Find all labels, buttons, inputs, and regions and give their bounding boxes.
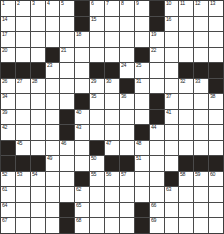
cell-r10c12[interactable] — [165, 141, 179, 156]
cell-r3c7[interactable] — [90, 32, 104, 47]
cell-r9c7[interactable] — [90, 125, 104, 140]
cell-r3c3[interactable] — [31, 32, 45, 47]
cell-r6c13[interactable]: 32 — [179, 79, 193, 94]
clue-number-49: 49 — [47, 156, 52, 161]
cell-r6c5[interactable] — [60, 79, 74, 94]
black-cell-r14c5 — [60, 203, 74, 218]
cell-r2c14[interactable] — [194, 17, 208, 32]
black-cell-r5c14 — [194, 63, 208, 78]
clue-number-47: 47 — [106, 141, 111, 146]
cell-r13c8[interactable] — [105, 187, 119, 202]
black-cell-r8c11 — [150, 110, 164, 125]
clue-number-55: 55 — [91, 172, 96, 177]
clue-number-58: 58 — [180, 172, 185, 177]
cell-r4c12[interactable] — [165, 48, 179, 63]
cell-r2c13[interactable] — [179, 17, 193, 32]
clue-number-50: 50 — [91, 156, 96, 161]
cell-r3c10[interactable] — [135, 32, 149, 47]
clue-number-62: 62 — [76, 187, 81, 192]
clue-number-46: 46 — [61, 141, 66, 146]
clue-number-18: 18 — [76, 32, 81, 37]
cell-r13c7[interactable] — [90, 187, 104, 202]
black-cell-r11c15 — [209, 156, 223, 171]
cell-r10c14[interactable] — [194, 141, 208, 156]
cell-r5c9[interactable]: 24 — [120, 63, 134, 78]
cell-r4c9[interactable] — [120, 48, 134, 63]
cell-r8c7[interactable] — [90, 110, 104, 125]
cell-r8c3[interactable] — [31, 110, 45, 125]
cell-r9c1[interactable]: 42 — [1, 125, 15, 140]
black-cell-r11c1 — [1, 156, 15, 171]
cell-r8c8[interactable] — [105, 110, 119, 125]
cell-r12c1[interactable]: 52 — [1, 172, 15, 187]
cell-r13c13[interactable] — [179, 187, 193, 202]
cell-r13c2[interactable] — [16, 187, 30, 202]
cell-r1c7[interactable]: 6 — [90, 1, 104, 16]
cell-r7c7[interactable]: 35 — [90, 94, 104, 109]
cell-r7c2[interactable] — [16, 94, 30, 109]
cell-r8c4[interactable] — [46, 110, 60, 125]
cell-r2c8[interactable] — [105, 17, 119, 32]
cell-r11c10[interactable]: 51 — [135, 156, 149, 171]
cell-r14c2[interactable] — [16, 203, 30, 218]
clue-number-3: 3 — [32, 1, 35, 6]
black-cell-r2c6 — [75, 17, 89, 32]
cell-r1c5[interactable]: 5 — [60, 1, 74, 16]
black-cell-r10c7 — [90, 141, 104, 156]
cell-r6c2[interactable]: 27 — [16, 79, 30, 94]
cell-r4c15[interactable] — [209, 48, 223, 63]
cell-r10c2[interactable]: 45 — [16, 141, 30, 156]
cell-r1c13[interactable]: 11 — [179, 1, 193, 16]
cell-r7c12[interactable]: 37 — [165, 94, 179, 109]
cell-r15c7[interactable] — [90, 218, 104, 233]
clue-number-31: 31 — [136, 79, 141, 84]
cell-r4c8[interactable] — [105, 48, 119, 63]
cell-r14c13[interactable] — [179, 203, 193, 218]
clue-number-52: 52 — [2, 172, 7, 177]
cell-r13c12[interactable]: 63 — [165, 187, 179, 202]
cell-r15c1[interactable]: 67 — [1, 218, 15, 233]
black-cell-r10c1 — [1, 141, 15, 156]
cell-r1c9[interactable]: 8 — [120, 1, 134, 16]
black-cell-r7c6 — [75, 94, 89, 109]
black-cell-r5c15 — [209, 63, 223, 78]
cell-r7c10[interactable] — [135, 94, 149, 109]
cell-r2c1[interactable]: 14 — [1, 17, 15, 32]
clue-number-65: 65 — [76, 203, 81, 208]
cell-r5c4[interactable]: 23 — [46, 63, 60, 78]
black-cell-r9c5 — [60, 125, 74, 140]
cell-r9c14[interactable] — [194, 125, 208, 140]
cell-r4c2[interactable] — [16, 48, 30, 63]
cell-r1c3[interactable]: 3 — [31, 1, 45, 16]
clue-number-34: 34 — [2, 94, 7, 99]
clue-number-56: 56 — [106, 172, 111, 177]
clue-number-12: 12 — [195, 1, 200, 6]
clue-number-36: 36 — [121, 94, 126, 99]
cell-r3c14[interactable] — [194, 32, 208, 47]
cell-r8c9[interactable] — [120, 110, 134, 125]
cell-r1c2[interactable]: 2 — [16, 1, 30, 16]
cell-r4c14[interactable] — [194, 48, 208, 63]
black-cell-r1c11 — [150, 1, 164, 16]
cell-r10c4[interactable] — [46, 141, 60, 156]
black-cell-r6c15 — [209, 79, 223, 94]
clue-number-54: 54 — [32, 172, 37, 177]
cell-r5c11[interactable] — [150, 63, 164, 78]
clue-number-59: 59 — [195, 172, 200, 177]
cell-r15c2[interactable] — [16, 218, 30, 233]
clue-number-19: 19 — [151, 32, 156, 37]
cell-r3c13[interactable] — [179, 32, 193, 47]
clue-number-33: 33 — [195, 79, 200, 84]
clue-number-41: 41 — [166, 110, 171, 115]
clue-number-66: 66 — [151, 203, 156, 208]
cell-r2c15[interactable] — [209, 17, 223, 32]
clue-number-21: 21 — [61, 48, 66, 53]
clue-number-63: 63 — [166, 187, 171, 192]
cell-r2c2[interactable] — [16, 17, 30, 32]
clue-number-17: 17 — [2, 32, 7, 37]
black-cell-r9c10 — [135, 125, 149, 140]
cell-r9c13[interactable] — [179, 125, 193, 140]
cell-r9c11[interactable]: 44 — [150, 125, 164, 140]
cell-r12c9[interactable]: 57 — [120, 172, 134, 187]
cell-r13c10[interactable] — [135, 187, 149, 202]
black-cell-r5c1 — [1, 63, 15, 78]
clue-number-42: 42 — [2, 125, 7, 130]
cell-r7c5[interactable] — [60, 94, 74, 109]
cell-r8c12[interactable]: 41 — [165, 110, 179, 125]
cell-r10c8[interactable]: 47 — [105, 141, 119, 156]
cell-r2c5[interactable] — [60, 17, 74, 32]
black-cell-r5c13 — [179, 63, 193, 78]
cell-r4c6[interactable] — [75, 48, 89, 63]
black-cell-r11c13 — [179, 156, 193, 171]
clue-number-6: 6 — [91, 1, 94, 6]
cell-r5c5[interactable] — [60, 63, 74, 78]
clue-number-30: 30 — [106, 79, 111, 84]
cell-r11c12[interactable] — [165, 156, 179, 171]
cell-r7c9[interactable]: 36 — [120, 94, 134, 109]
clue-number-5: 5 — [61, 1, 64, 6]
crossword-page: 1234567891011121314151617181920212223242… — [0, 0, 224, 234]
black-cell-r4c4 — [46, 48, 60, 63]
clue-number-61: 61 — [2, 187, 7, 192]
cell-r14c9[interactable] — [120, 203, 134, 218]
clue-number-29: 29 — [91, 79, 96, 84]
cell-r3c15[interactable] — [209, 32, 223, 47]
cell-r6c6[interactable] — [75, 79, 89, 94]
black-cell-r12c12 — [165, 172, 179, 187]
cell-r8c14[interactable] — [194, 110, 208, 125]
cell-r5c10[interactable]: 25 — [135, 63, 149, 78]
cell-r5c6[interactable] — [75, 63, 89, 78]
cell-r15c8[interactable] — [105, 218, 119, 233]
clue-number-13: 13 — [210, 1, 215, 6]
cell-r6c12[interactable] — [165, 79, 179, 94]
cell-r4c3[interactable] — [31, 48, 45, 63]
cell-r10c5[interactable]: 46 — [60, 141, 74, 156]
cell-r11c7[interactable]: 50 — [90, 156, 104, 171]
cell-r4c1[interactable]: 20 — [1, 48, 15, 63]
clue-number-14: 14 — [2, 17, 7, 22]
cell-r15c13[interactable] — [179, 218, 193, 233]
clue-number-27: 27 — [17, 79, 22, 84]
cell-r13c14[interactable] — [194, 187, 208, 202]
cell-r6c7[interactable]: 29 — [90, 79, 104, 94]
cell-r4c7[interactable] — [90, 48, 104, 63]
cell-r8c1[interactable]: 39 — [1, 110, 15, 125]
clue-number-40: 40 — [76, 110, 81, 115]
cell-r2c3[interactable] — [31, 17, 45, 32]
cell-r14c4[interactable] — [46, 203, 60, 218]
clue-number-26: 26 — [2, 79, 7, 84]
black-cell-r5c7 — [90, 63, 104, 78]
cell-r3c6[interactable]: 18 — [75, 32, 89, 47]
cell-r14c12[interactable] — [165, 203, 179, 218]
clue-number-24: 24 — [121, 63, 126, 68]
cell-r12c7[interactable]: 55 — [90, 172, 104, 187]
cell-r10c13[interactable] — [179, 141, 193, 156]
cell-r1c1[interactable]: 1 — [1, 1, 15, 16]
clue-number-68: 68 — [76, 218, 81, 223]
cell-r9c9[interactable] — [120, 125, 134, 140]
clue-number-32: 32 — [180, 79, 185, 84]
cell-r15c6[interactable]: 68 — [75, 218, 89, 233]
clue-number-10: 10 — [166, 1, 171, 6]
cell-r7c13[interactable] — [179, 94, 193, 109]
cell-r6c14[interactable]: 33 — [194, 79, 208, 94]
cell-r2c12[interactable]: 16 — [165, 17, 179, 32]
cell-r1c12[interactable]: 10 — [165, 1, 179, 16]
clue-number-37: 37 — [166, 94, 171, 99]
clue-number-67: 67 — [2, 218, 7, 223]
black-cell-r7c11 — [150, 94, 164, 109]
black-cell-r12c6 — [75, 172, 89, 187]
black-cell-r15c10 — [135, 218, 149, 233]
clue-number-45: 45 — [17, 141, 22, 146]
cell-r11c11[interactable] — [150, 156, 164, 171]
black-cell-r11c2 — [16, 156, 30, 171]
cell-r2c4[interactable] — [46, 17, 60, 32]
clue-number-28: 28 — [32, 79, 37, 84]
cell-r12c5[interactable] — [60, 172, 74, 187]
cell-r9c2[interactable] — [16, 125, 30, 140]
cell-r6c4[interactable] — [46, 79, 60, 94]
cell-r12c3[interactable]: 54 — [31, 172, 45, 187]
cell-r3c11[interactable]: 19 — [150, 32, 164, 47]
cell-r4c11[interactable]: 22 — [150, 48, 164, 63]
cell-r13c4[interactable] — [46, 187, 60, 202]
black-cell-r5c8 — [105, 63, 119, 78]
cell-r4c5[interactable]: 21 — [60, 48, 74, 63]
black-cell-r11c14 — [194, 156, 208, 171]
black-cell-r5c3 — [31, 63, 45, 78]
cell-r10c9[interactable] — [120, 141, 134, 156]
cell-r8c2[interactable] — [16, 110, 30, 125]
cell-r12c10[interactable] — [135, 172, 149, 187]
clue-number-2: 2 — [17, 1, 20, 6]
cell-r7c3[interactable] — [31, 94, 45, 109]
cell-r7c1[interactable]: 34 — [1, 94, 15, 109]
cell-r11c5[interactable] — [60, 156, 74, 171]
clue-number-39: 39 — [2, 110, 7, 115]
cell-r1c10[interactable]: 9 — [135, 1, 149, 16]
clue-number-4: 4 — [47, 1, 50, 6]
cell-r14c6[interactable]: 65 — [75, 203, 89, 218]
clue-number-25: 25 — [136, 63, 141, 68]
crossword-board: 1234567891011121314151617181920212223242… — [0, 0, 224, 234]
cell-r9c15[interactable] — [209, 125, 223, 140]
cell-r10c3[interactable] — [31, 141, 45, 156]
clue-number-48: 48 — [136, 141, 141, 146]
cell-r6c11[interactable] — [150, 79, 164, 94]
clue-number-69: 69 — [151, 218, 156, 223]
cell-r9c12[interactable] — [165, 125, 179, 140]
clue-number-35: 35 — [91, 94, 96, 99]
clue-number-8: 8 — [121, 1, 124, 6]
cell-r2c9[interactable] — [120, 17, 134, 32]
cell-r1c14[interactable]: 12 — [194, 1, 208, 16]
cell-r15c3[interactable] — [31, 218, 45, 233]
cell-r14c15[interactable] — [209, 203, 223, 218]
cell-r6c3[interactable]: 28 — [31, 79, 45, 94]
cell-r15c15[interactable] — [209, 218, 223, 233]
cell-r6c8[interactable]: 30 — [105, 79, 119, 94]
cell-r1c4[interactable]: 4 — [46, 1, 60, 16]
black-cell-r15c5 — [60, 218, 74, 233]
black-cell-r1c6 — [75, 1, 89, 16]
cell-r15c11[interactable]: 69 — [150, 218, 164, 233]
cell-r5c12[interactable] — [165, 63, 179, 78]
black-cell-r4c10 — [135, 48, 149, 63]
cell-r13c9[interactable] — [120, 187, 134, 202]
cell-r10c11[interactable] — [150, 141, 164, 156]
cell-r12c4[interactable] — [46, 172, 60, 187]
cell-r14c14[interactable] — [194, 203, 208, 218]
black-cell-r11c9 — [120, 156, 134, 171]
black-cell-r11c3 — [31, 156, 45, 171]
cell-r15c4[interactable] — [46, 218, 60, 233]
cell-r8c13[interactable] — [179, 110, 193, 125]
clue-number-57: 57 — [121, 172, 126, 177]
cell-r13c1[interactable]: 61 — [1, 187, 15, 202]
cell-r14c3[interactable] — [31, 203, 45, 218]
cell-r10c6[interactable] — [75, 141, 89, 156]
clue-number-23: 23 — [47, 63, 52, 68]
cell-r12c11[interactable] — [150, 172, 164, 187]
clue-number-11: 11 — [180, 1, 185, 6]
cell-r7c14[interactable] — [194, 94, 208, 109]
cell-r9c8[interactable] — [105, 125, 119, 140]
cell-r14c1[interactable]: 64 — [1, 203, 15, 218]
cell-r7c8[interactable] — [105, 94, 119, 109]
clue-number-51: 51 — [136, 156, 141, 161]
cell-r3c12[interactable] — [165, 32, 179, 47]
cell-r2c10[interactable] — [135, 17, 149, 32]
cell-r13c5[interactable] — [60, 187, 74, 202]
cell-r3c1[interactable]: 17 — [1, 32, 15, 47]
cell-r12c15[interactable]: 60 — [209, 172, 223, 187]
cell-r14c11[interactable]: 66 — [150, 203, 164, 218]
cell-r10c15[interactable] — [209, 141, 223, 156]
cell-r15c14[interactable] — [194, 218, 208, 233]
cell-r12c14[interactable]: 59 — [194, 172, 208, 187]
clue-number-1: 1 — [2, 1, 5, 6]
cell-r11c6[interactable] — [75, 156, 89, 171]
cell-r13c11[interactable] — [150, 187, 164, 202]
clue-number-64: 64 — [2, 203, 7, 208]
black-cell-r14c10 — [135, 203, 149, 218]
cell-r8c15[interactable] — [209, 110, 223, 125]
cell-r13c15[interactable] — [209, 187, 223, 202]
cell-r3c4[interactable] — [46, 32, 60, 47]
clue-number-16: 16 — [166, 17, 171, 22]
cell-r12c8[interactable]: 56 — [105, 172, 119, 187]
cell-r14c7[interactable] — [90, 203, 104, 218]
cell-r10c10[interactable]: 48 — [135, 141, 149, 156]
cell-r15c9[interactable] — [120, 218, 134, 233]
clue-number-43: 43 — [76, 125, 81, 130]
cell-r7c4[interactable] — [46, 94, 60, 109]
black-cell-r6c9 — [120, 79, 134, 94]
cell-r3c5[interactable] — [60, 32, 74, 47]
clue-number-15: 15 — [91, 17, 96, 22]
cell-r3c2[interactable] — [16, 32, 30, 47]
cell-r1c15[interactable]: 13 — [209, 1, 223, 16]
clue-number-44: 44 — [151, 125, 156, 130]
cell-r3c8[interactable] — [105, 32, 119, 47]
clue-number-60: 60 — [210, 172, 215, 177]
cell-r11c4[interactable]: 49 — [46, 156, 60, 171]
cell-r13c3[interactable] — [31, 187, 45, 202]
cell-r13c6[interactable]: 62 — [75, 187, 89, 202]
clue-number-53: 53 — [17, 172, 22, 177]
cell-r2c7[interactable]: 15 — [90, 17, 104, 32]
cell-r12c13[interactable]: 58 — [179, 172, 193, 187]
clue-number-9: 9 — [136, 1, 139, 6]
clue-number-38: 38 — [210, 94, 215, 99]
cell-r12c2[interactable]: 53 — [16, 172, 30, 187]
cell-r3c9[interactable] — [120, 32, 134, 47]
cell-r8c6[interactable]: 40 — [75, 110, 89, 125]
cell-r14c8[interactable] — [105, 203, 119, 218]
clue-number-20: 20 — [2, 48, 7, 53]
cell-r6c10[interactable]: 31 — [135, 79, 149, 94]
cell-r6c1[interactable]: 26 — [1, 79, 15, 94]
cell-r4c13[interactable] — [179, 48, 193, 63]
cell-r9c6[interactable]: 43 — [75, 125, 89, 140]
cell-r7c15[interactable]: 38 — [209, 94, 223, 109]
clue-number-7: 7 — [106, 1, 109, 6]
cell-r15c12[interactable] — [165, 218, 179, 233]
black-cell-r11c8 — [105, 156, 119, 171]
black-cell-r8c5 — [60, 110, 74, 125]
cell-r8c10[interactable] — [135, 110, 149, 125]
cell-r9c3[interactable] — [31, 125, 45, 140]
black-cell-r2c11 — [150, 17, 164, 32]
cell-r9c4[interactable] — [46, 125, 60, 140]
clue-number-22: 22 — [151, 48, 156, 53]
cell-r1c8[interactable]: 7 — [105, 1, 119, 16]
black-cell-r5c2 — [16, 63, 30, 78]
